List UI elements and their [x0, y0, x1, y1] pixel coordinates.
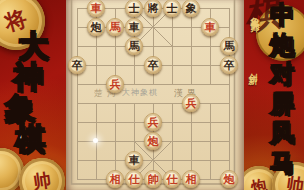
xiangqi-piece-red-兵[interactable]: 兵	[106, 75, 124, 93]
right-banner: 棋 象棋大师 创新 中 炮 对 屏 风 马 炮 帅	[244, 0, 304, 190]
left-title-char: 大	[16, 31, 50, 61]
xiangqi-piece-black-馬[interactable]: 馬	[125, 37, 143, 55]
xiangqi-piece-red-仕[interactable]: 仕	[125, 170, 143, 188]
xiangqi-piece-black-馬[interactable]: 馬	[220, 37, 238, 55]
xiangqi-piece-red-兵[interactable]: 兵	[144, 113, 162, 131]
right-title-char: 炮	[268, 33, 296, 57]
left-title-char: 棋	[13, 124, 47, 154]
credit-text-2: 创新	[246, 66, 259, 92]
xiangqi-piece-black-炮[interactable]: 炮	[87, 18, 105, 36]
xiangqi-piece-black-卒[interactable]: 卒	[68, 56, 86, 74]
xiangqi-piece-red-車[interactable]: 車	[201, 18, 219, 36]
deco-piece-shuai-label: 帅	[31, 168, 52, 190]
xiangqi-piece-red-帥[interactable]: 帥	[144, 170, 162, 188]
xiangqi-piece-black-車[interactable]: 車	[125, 18, 143, 36]
right-title-char: 屏	[268, 92, 296, 116]
highlight-dot	[93, 138, 98, 143]
xiangqi-piece-black-車[interactable]: 車	[125, 151, 143, 169]
xiangqi-piece-black-卒[interactable]: 卒	[144, 56, 162, 74]
xiangqi-piece-red-仕[interactable]: 仕	[163, 170, 181, 188]
left-banner: 将 大 神 象 棋 帅	[0, 0, 66, 190]
xiangqi-piece-red-相[interactable]: 相	[182, 170, 200, 188]
deco-piece-shuai: 帅	[16, 155, 66, 190]
thumbnail-stage: 将 大 神 象 棋 帅	[0, 0, 304, 190]
xiangqi-piece-red-炮[interactable]: 炮	[220, 170, 238, 188]
right-title-char: 风	[268, 121, 296, 145]
right-title-char: 马	[268, 151, 296, 175]
left-title-char: 神	[11, 62, 45, 92]
deco-piece-pao-label: 炮	[249, 175, 268, 190]
xiangqi-piece-red-相[interactable]: 相	[106, 170, 124, 188]
right-title-char: 中	[268, 3, 296, 27]
right-title-char: 对	[268, 62, 296, 86]
credit-text: 象棋大师	[248, 10, 261, 62]
xiangqi-piece-red-炮[interactable]: 炮	[144, 132, 162, 150]
xiangqi-piece-red-兵[interactable]: 兵	[182, 94, 200, 112]
xiangqi-piece-red-馬[interactable]: 馬	[106, 18, 124, 36]
left-title-char: 象	[3, 94, 37, 124]
watermark-text: 大神象棋	[122, 87, 158, 98]
xiangqi-piece-black-卒[interactable]: 卒	[220, 56, 238, 74]
right-title: 中 炮 对 屏 风 马	[268, 3, 296, 175]
xiangqi-board[interactable]: 楚河 大神象棋 漢界 車士將士象炮馬車車馬馬卒卒卒兵兵兵炮車相仕帥仕相炮	[66, 0, 244, 190]
